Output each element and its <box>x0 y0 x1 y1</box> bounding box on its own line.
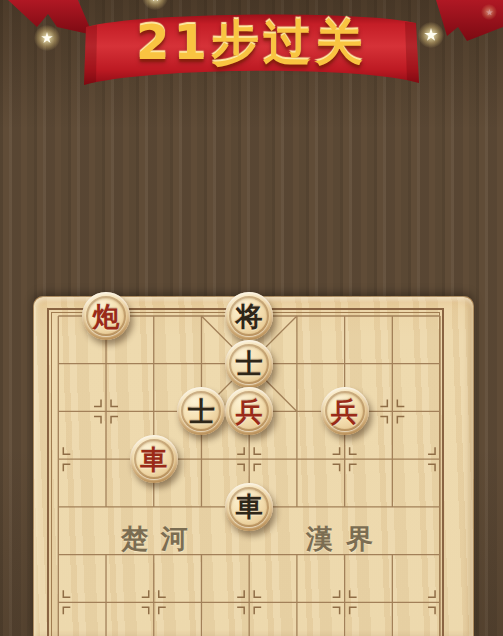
piece-black-advisor[interactable]: 士 <box>177 387 225 435</box>
piece-red-soldier[interactable]: 兵 <box>225 387 273 435</box>
river-label-right: 漢界 <box>306 521 386 553</box>
level-banner: 21步过关 <box>0 0 503 100</box>
piece-black-advisor[interactable]: 士 <box>225 340 273 388</box>
app-screen: 楚河 漢界 炮将士士兵兵車車 <box>0 0 503 636</box>
piece-red-soldier[interactable]: 兵 <box>321 387 369 435</box>
piece-glyph: 車 <box>225 483 273 531</box>
piece-red-cannon[interactable]: 炮 <box>82 292 130 340</box>
piece-glyph: 兵 <box>321 387 369 435</box>
piece-glyph: 車 <box>130 435 178 483</box>
river-label-left: 楚河 <box>121 521 201 553</box>
piece-glyph: 炮 <box>82 292 130 340</box>
piece-glyph: 将 <box>225 292 273 340</box>
piece-red-chariot[interactable]: 車 <box>130 435 178 483</box>
piece-glyph: 士 <box>177 387 225 435</box>
piece-black-chariot[interactable]: 車 <box>225 483 273 531</box>
piece-glyph: 兵 <box>225 387 273 435</box>
piece-glyph: 士 <box>225 340 273 388</box>
piece-black-general[interactable]: 将 <box>225 292 273 340</box>
